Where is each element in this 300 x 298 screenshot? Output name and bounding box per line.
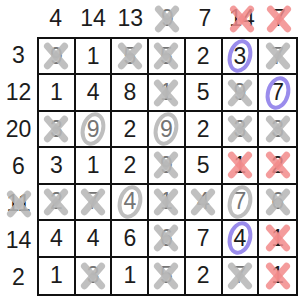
column-target-1: 4: [37, 0, 74, 37]
number-value: 4: [234, 227, 247, 250]
cell-r4c7[interactable]: 2: [259, 148, 296, 184]
cell-r4c5[interactable]: 5: [186, 148, 223, 184]
number-value: 5: [160, 264, 173, 287]
number-value: 3: [50, 118, 63, 141]
cell-r7c2[interactable]: 3: [76, 258, 113, 294]
number-value: 4: [197, 190, 210, 213]
number-value: 6: [160, 227, 173, 250]
cell-r4c4[interactable]: 9: [149, 148, 186, 184]
cell-r1c6[interactable]: 3: [223, 39, 260, 75]
number-value: 7: [271, 81, 284, 104]
cell-r5c2[interactable]: 7: [76, 185, 113, 221]
number-value: 14: [6, 229, 32, 252]
cell-r7c3[interactable]: 1: [112, 258, 149, 294]
number-value: 9: [160, 118, 173, 141]
number-value: 7: [234, 190, 247, 213]
column-target-3: 13: [112, 0, 149, 37]
number-value: 14: [80, 7, 106, 30]
number-value: 3: [50, 154, 63, 177]
number-value: 13: [117, 7, 143, 30]
cell-r7c1[interactable]: 1: [39, 258, 76, 294]
number-value: 2: [123, 118, 136, 141]
number-value: 1: [234, 154, 247, 177]
cell-r4c1[interactable]: 3: [39, 148, 76, 184]
number-value: 2: [197, 118, 210, 141]
number-value: 1: [87, 154, 100, 177]
number-value: 3: [234, 45, 247, 68]
cell-r3c3[interactable]: 2: [112, 112, 149, 148]
number-value: 9: [234, 81, 247, 104]
number-value: 2: [50, 190, 63, 213]
row-target-3: 20: [0, 111, 37, 148]
cell-r6c5[interactable]: 7: [186, 221, 223, 257]
number-value: 7: [87, 190, 100, 213]
cell-r7c6[interactable]: 7: [223, 258, 260, 294]
number-value: 2: [12, 266, 25, 289]
number-value: 2: [123, 154, 136, 177]
cell-r6c2[interactable]: 4: [76, 221, 113, 257]
cell-r4c6[interactable]: 1: [223, 148, 260, 184]
number-value: 1: [271, 227, 284, 250]
cell-r6c4[interactable]: 6: [149, 221, 186, 257]
number-value: 1: [50, 81, 63, 104]
cell-r1c1[interactable]: 9: [39, 39, 76, 75]
number-value: 12: [6, 81, 32, 104]
number-value: 7: [271, 45, 284, 68]
cell-r5c5[interactable]: 4: [186, 185, 223, 221]
number-value: 1: [271, 264, 284, 287]
cell-r3c7[interactable]: 3: [259, 112, 296, 148]
row-target-2: 12: [0, 74, 37, 111]
column-target-6: 14: [223, 0, 260, 37]
number-value: 6: [12, 155, 25, 178]
cell-r1c7[interactable]: 7: [259, 39, 296, 75]
cell-r5c7[interactable]: 6: [259, 185, 296, 221]
number-value: 20: [6, 118, 32, 141]
sumplete-board-screenshot: 4141397147 31220611142 91552371481597392…: [0, 0, 300, 298]
number-value: 4: [49, 7, 62, 30]
number-value: 5: [123, 45, 136, 68]
cell-r7c5[interactable]: 2: [186, 258, 223, 294]
number-value: 3: [234, 118, 247, 141]
number-value: 5: [197, 81, 210, 104]
cell-r6c3[interactable]: 6: [112, 221, 149, 257]
cell-r5c3[interactable]: 4: [112, 185, 149, 221]
cell-r2c5[interactable]: 5: [186, 75, 223, 111]
cell-r4c3[interactable]: 2: [112, 148, 149, 184]
cell-r5c1[interactable]: 2: [39, 185, 76, 221]
number-value: 9: [87, 118, 100, 141]
number-value: 7: [273, 7, 286, 30]
number-value: 4: [87, 81, 100, 104]
row-target-7: 2: [0, 259, 37, 296]
number-value: 4: [50, 227, 63, 250]
cell-r3c5[interactable]: 2: [186, 112, 223, 148]
number-value: 9: [160, 154, 173, 177]
row-target-5: 11: [0, 185, 37, 222]
row-targets-column: 31220611142: [0, 37, 37, 296]
number-value: 1: [87, 45, 100, 68]
cell-r2c4[interactable]: 1: [149, 75, 186, 111]
column-target-7: 7: [261, 0, 298, 37]
cell-r2c2[interactable]: 4: [76, 75, 113, 111]
cell-r7c4[interactable]: 5: [149, 258, 186, 294]
cell-r1c3[interactable]: 5: [112, 39, 149, 75]
cell-r1c4[interactable]: 5: [149, 39, 186, 75]
number-value: 6: [123, 227, 136, 250]
number-value: 2: [271, 154, 284, 177]
cell-r1c2[interactable]: 1: [76, 39, 113, 75]
column-target-5: 7: [186, 0, 223, 37]
cell-r7c7[interactable]: 1: [259, 258, 296, 294]
row-target-4: 6: [0, 148, 37, 185]
cell-r3c6[interactable]: 3: [223, 112, 260, 148]
number-value: 7: [198, 7, 211, 30]
cell-r2c7[interactable]: 7: [259, 75, 296, 111]
number-value: 5: [197, 154, 210, 177]
cell-r6c1[interactable]: 4: [39, 221, 76, 257]
column-target-4: 9: [149, 0, 186, 37]
number-value: 3: [271, 118, 284, 141]
number-value: 4: [87, 227, 100, 250]
cell-r3c2[interactable]: 9: [76, 112, 113, 148]
number-value: 4: [123, 190, 136, 213]
row-target-6: 14: [0, 222, 37, 259]
number-value: 11: [7, 192, 31, 215]
cell-r5c4[interactable]: 1: [149, 185, 186, 221]
number-value: 1: [160, 81, 173, 104]
number-value: 7: [197, 227, 210, 250]
cell-r3c1[interactable]: 3: [39, 112, 76, 148]
cell-r5c6[interactable]: 7: [223, 185, 260, 221]
cell-r6c6[interactable]: 4: [223, 221, 260, 257]
row-target-1: 3: [0, 37, 37, 74]
cell-r6c7[interactable]: 1: [259, 221, 296, 257]
number-value: 8: [123, 81, 136, 104]
cell-r4c2[interactable]: 1: [76, 148, 113, 184]
cell-r2c3[interactable]: 8: [112, 75, 149, 111]
puzzle-grid: 9155237148159739292333129512274147644667…: [37, 37, 298, 296]
number-value: 2: [197, 45, 210, 68]
number-value: 3: [12, 44, 25, 67]
number-value: 1: [123, 264, 136, 287]
number-value: 7: [234, 264, 247, 287]
number-value: 1: [160, 190, 173, 213]
number-value: 6: [271, 190, 284, 213]
number-value: 2: [197, 264, 210, 287]
cell-r2c6[interactable]: 9: [223, 75, 260, 111]
cell-r2c1[interactable]: 1: [39, 75, 76, 111]
column-targets-row: 4141397147: [37, 0, 298, 37]
number-value: 9: [50, 45, 63, 68]
number-value: 1: [50, 264, 63, 287]
number-value: 3: [87, 264, 100, 287]
cell-r1c5[interactable]: 2: [186, 39, 223, 75]
column-target-2: 14: [74, 0, 111, 37]
number-value: 9: [161, 7, 174, 30]
cell-r3c4[interactable]: 9: [149, 112, 186, 148]
number-value: 14: [229, 7, 255, 30]
number-value: 5: [160, 45, 173, 68]
